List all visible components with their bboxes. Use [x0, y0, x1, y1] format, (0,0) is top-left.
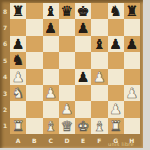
square-e5[interactable] [75, 52, 91, 68]
square-c7[interactable]: ♟ [43, 19, 59, 35]
square-e8[interactable]: ♚ [75, 3, 91, 19]
square-h4[interactable] [124, 69, 140, 85]
square-b7[interactable] [26, 19, 42, 35]
square-b5[interactable] [26, 52, 42, 68]
piece-black-knight-g8[interactable]: ♞ [109, 4, 122, 18]
square-g8[interactable]: ♞ [108, 3, 124, 19]
square-h6[interactable]: ♟ [124, 36, 140, 52]
square-f8[interactable] [91, 3, 107, 19]
square-c8[interactable]: ♝ [43, 3, 59, 19]
piece-black-pawn-e7[interactable]: ♟ [77, 20, 90, 34]
square-g7[interactable] [108, 19, 124, 35]
file-label-f: F [91, 134, 107, 147]
square-e7[interactable]: ♟ [75, 19, 91, 35]
rank-label-1: 1 [0, 118, 10, 134]
piece-white-pawn-h3[interactable]: ♟ [126, 86, 139, 100]
square-f4[interactable]: ♟ [91, 69, 107, 85]
square-e1[interactable]: ♚ [75, 118, 91, 134]
square-h7[interactable] [124, 19, 140, 35]
square-b4[interactable] [26, 69, 42, 85]
piece-black-queen-d8[interactable]: ♛ [61, 4, 74, 18]
piece-white-bishop-f1[interactable]: ♝ [93, 118, 106, 132]
piece-black-rook-a8[interactable]: ♜ [12, 4, 25, 18]
square-d4[interactable] [59, 69, 75, 85]
square-e3[interactable] [75, 85, 91, 101]
square-d1[interactable]: ♛ [59, 118, 75, 134]
square-g5[interactable] [108, 52, 124, 68]
square-c2[interactable] [43, 101, 59, 117]
rank-label-8: 8 [0, 3, 10, 19]
file-label-d: D [59, 134, 75, 147]
square-f5[interactable] [91, 52, 107, 68]
square-b2[interactable] [26, 101, 42, 117]
square-g6[interactable]: ♟ [108, 36, 124, 52]
square-b8[interactable] [26, 3, 42, 19]
square-a1[interactable]: ♜ [10, 118, 26, 134]
piece-white-rook-g1[interactable]: ♜ [109, 118, 122, 132]
file-label-a: A [10, 134, 26, 147]
piece-white-bishop-c1[interactable]: ♝ [44, 118, 57, 132]
rank-label-6: 6 [0, 36, 10, 52]
file-label-c: C [43, 134, 59, 147]
square-a5[interactable]: ♞ [10, 52, 26, 68]
square-g3[interactable] [108, 85, 124, 101]
rank-labels: 87654321 [0, 3, 10, 134]
chess-board: 87654321 ♜♝♛♚♞♜♟♟♟♝♟♟♞♟♟♟♞♟♟♟♟♜♝♛♚♝♜ ABC… [0, 0, 143, 148]
square-c1[interactable]: ♝ [43, 118, 59, 134]
piece-black-pawn-a6[interactable]: ♟ [12, 36, 25, 50]
square-d7[interactable] [59, 19, 75, 35]
square-b1[interactable] [26, 118, 42, 134]
square-d6[interactable] [59, 36, 75, 52]
square-e2[interactable] [75, 101, 91, 117]
square-f7[interactable] [91, 19, 107, 35]
square-h8[interactable]: ♜ [124, 3, 140, 19]
square-c3[interactable]: ♟ [43, 85, 59, 101]
piece-white-knight-a3[interactable]: ♞ [12, 86, 25, 100]
board-squares: ♜♝♛♚♞♜♟♟♟♝♟♟♞♟♟♟♞♟♟♟♟♜♝♛♚♝♜ [10, 3, 140, 134]
square-f1[interactable]: ♝ [91, 118, 107, 134]
piece-white-king-e1[interactable]: ♚ [77, 118, 90, 132]
piece-black-pawn-c7[interactable]: ♟ [44, 20, 57, 34]
square-f2[interactable] [91, 101, 107, 117]
file-label-e: E [75, 134, 91, 147]
square-g4[interactable] [108, 69, 124, 85]
square-d3[interactable] [59, 85, 75, 101]
piece-white-pawn-a4[interactable]: ♟ [12, 69, 25, 83]
square-a7[interactable] [10, 19, 26, 35]
square-h2[interactable] [124, 101, 140, 117]
square-a8[interactable]: ♜ [10, 3, 26, 19]
square-h3[interactable]: ♟ [124, 85, 140, 101]
square-a3[interactable]: ♞ [10, 85, 26, 101]
piece-black-bishop-c8[interactable]: ♝ [44, 4, 57, 18]
piece-black-pawn-g6[interactable]: ♟ [109, 36, 122, 50]
rank-label-5: 5 [0, 52, 10, 68]
square-e6[interactable] [75, 36, 91, 52]
rank-label-2: 2 [0, 101, 10, 117]
piece-white-pawn-f4[interactable]: ♟ [93, 69, 106, 83]
rank-label-7: 7 [0, 19, 10, 35]
rank-label-4: 4 [0, 69, 10, 85]
square-b3[interactable] [26, 85, 42, 101]
square-d5[interactable] [59, 52, 75, 68]
square-g1[interactable]: ♜ [108, 118, 124, 134]
square-f6[interactable]: ♝ [91, 36, 107, 52]
piece-white-pawn-g2[interactable]: ♟ [109, 102, 122, 116]
square-a6[interactable]: ♟ [10, 36, 26, 52]
square-c6[interactable] [43, 36, 59, 52]
piece-white-pawn-c3[interactable]: ♟ [44, 86, 57, 100]
piece-black-rook-h8[interactable]: ♜ [126, 4, 139, 18]
square-d8[interactable]: ♛ [59, 3, 75, 19]
file-label-b: B [26, 134, 42, 147]
piece-black-knight-a5[interactable]: ♞ [12, 53, 25, 67]
square-g2[interactable]: ♟ [108, 101, 124, 117]
piece-black-pawn-h6[interactable]: ♟ [126, 36, 139, 50]
piece-white-queen-d1[interactable]: ♛ [61, 118, 74, 132]
square-d2[interactable]: ♟ [59, 101, 75, 117]
square-h1[interactable] [124, 118, 140, 134]
square-a4[interactable]: ♟ [10, 69, 26, 85]
rank-label-3: 3 [0, 85, 10, 101]
chess-app-window: 87654321 ♜♝♛♚♞♜♟♟♟♝♟♟♞♟♟♟♞♟♟♟♟♜♝♛♚♝♜ ABC… [0, 0, 150, 150]
piece-white-rook-a1[interactable]: ♜ [12, 118, 25, 132]
square-c5[interactable] [43, 52, 59, 68]
piece-black-bishop-f6[interactable]: ♝ [93, 36, 106, 50]
square-e4[interactable]: ♟ [75, 69, 91, 85]
watermark-text: unis libre [108, 141, 134, 147]
square-c4[interactable] [43, 69, 59, 85]
square-a2[interactable] [10, 101, 26, 117]
square-b6[interactable] [26, 36, 42, 52]
piece-black-king-e8[interactable]: ♚ [77, 4, 90, 18]
piece-black-pawn-e4[interactable]: ♟ [77, 69, 90, 83]
piece-white-pawn-d2[interactable]: ♟ [61, 102, 74, 116]
square-h5[interactable] [124, 52, 140, 68]
square-f3[interactable] [91, 85, 107, 101]
